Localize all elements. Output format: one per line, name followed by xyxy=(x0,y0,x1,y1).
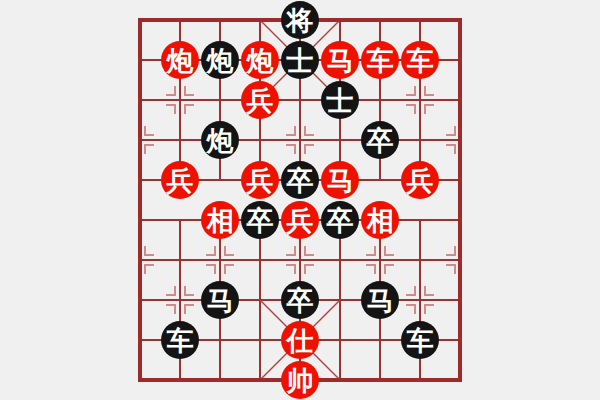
board-point-8-8[interactable] xyxy=(440,320,480,360)
piece-red-cannon[interactable]: 炮 xyxy=(161,41,199,79)
piece-red-advisor[interactable]: 仕 xyxy=(281,321,319,359)
board-point-3-8[interactable] xyxy=(240,320,280,360)
board-point-4-7[interactable]: 卒 xyxy=(280,280,320,320)
board-point-3-9[interactable] xyxy=(240,360,280,400)
board-point-5-7[interactable] xyxy=(320,280,360,320)
piece-black-horse[interactable]: 马 xyxy=(201,281,239,319)
board-point-6-6[interactable] xyxy=(360,240,400,280)
board-point-0-1[interactable] xyxy=(120,40,160,80)
board-point-6-2[interactable] xyxy=(360,80,400,120)
board-point-3-5[interactable]: 卒 xyxy=(240,200,280,240)
piece-black-horse[interactable]: 马 xyxy=(361,281,399,319)
board-point-6-8[interactable] xyxy=(360,320,400,360)
board-point-4-0[interactable]: 将 xyxy=(280,0,320,40)
board-point-5-1[interactable]: 马 xyxy=(320,40,360,80)
board-point-0-8[interactable] xyxy=(120,320,160,360)
piece-red-chariot[interactable]: 车 xyxy=(361,41,399,79)
board-point-4-1[interactable]: 士 xyxy=(280,40,320,80)
board-point-1-9[interactable] xyxy=(160,360,200,400)
board-point-0-2[interactable] xyxy=(120,80,160,120)
board-point-2-8[interactable] xyxy=(200,320,240,360)
board-point-2-7[interactable]: 马 xyxy=(200,280,240,320)
piece-red-soldier[interactable]: 兵 xyxy=(241,161,279,199)
board-point-7-9[interactable] xyxy=(400,360,440,400)
piece-red-soldier[interactable]: 兵 xyxy=(281,201,319,239)
board-point-7-0[interactable] xyxy=(400,0,440,40)
board-point-2-0[interactable] xyxy=(200,0,240,40)
piece-black-chariot[interactable]: 车 xyxy=(401,321,439,359)
board-point-2-9[interactable] xyxy=(200,360,240,400)
board-point-5-3[interactable] xyxy=(320,120,360,160)
board-point-5-2[interactable]: 士 xyxy=(320,80,360,120)
board-point-7-1[interactable]: 车 xyxy=(400,40,440,80)
piece-black-advisor[interactable]: 士 xyxy=(321,81,359,119)
board-point-3-1[interactable]: 炮 xyxy=(240,40,280,80)
board-point-4-8[interactable]: 仕 xyxy=(280,320,320,360)
board-point-0-3[interactable] xyxy=(120,120,160,160)
board-point-1-6[interactable] xyxy=(160,240,200,280)
board-point-7-4[interactable]: 兵 xyxy=(400,160,440,200)
board-point-2-3[interactable]: 炮 xyxy=(200,120,240,160)
board-point-7-8[interactable]: 车 xyxy=(400,320,440,360)
board-point-4-2[interactable] xyxy=(280,80,320,120)
piece-black-cannon[interactable]: 炮 xyxy=(201,41,239,79)
board-point-5-5[interactable]: 卒 xyxy=(320,200,360,240)
board-point-8-0[interactable] xyxy=(440,0,480,40)
board-point-0-9[interactable] xyxy=(120,360,160,400)
board-point-6-3[interactable]: 卒 xyxy=(360,120,400,160)
board-point-8-2[interactable] xyxy=(440,80,480,120)
piece-red-elephant[interactable]: 相 xyxy=(201,201,239,239)
board-point-4-6[interactable] xyxy=(280,240,320,280)
board-point-0-0[interactable] xyxy=(120,0,160,40)
piece-red-soldier[interactable]: 兵 xyxy=(161,161,199,199)
piece-red-soldier[interactable]: 兵 xyxy=(241,81,279,119)
board-point-2-6[interactable] xyxy=(200,240,240,280)
board-point-3-2[interactable]: 兵 xyxy=(240,80,280,120)
board-point-4-3[interactable] xyxy=(280,120,320,160)
piece-black-general[interactable]: 将 xyxy=(281,1,319,39)
board-point-7-7[interactable] xyxy=(400,280,440,320)
board-point-8-9[interactable] xyxy=(440,360,480,400)
board-point-4-4[interactable]: 卒 xyxy=(280,160,320,200)
board-point-2-4[interactable] xyxy=(200,160,240,200)
piece-black-soldier[interactable]: 卒 xyxy=(361,121,399,159)
board-point-8-3[interactable] xyxy=(440,120,480,160)
board-point-1-3[interactable] xyxy=(160,120,200,160)
board-point-8-4[interactable] xyxy=(440,160,480,200)
board-grid: 将炮炮炮士马车车兵士炮卒兵兵卒马兵相卒兵卒相马卒马车仕车帅 xyxy=(120,0,480,400)
board-point-5-6[interactable] xyxy=(320,240,360,280)
board-point-1-8[interactable]: 车 xyxy=(160,320,200,360)
board-point-6-1[interactable]: 车 xyxy=(360,40,400,80)
board-point-7-6[interactable] xyxy=(400,240,440,280)
board-point-6-4[interactable] xyxy=(360,160,400,200)
piece-black-soldier[interactable]: 卒 xyxy=(281,161,319,199)
piece-red-general[interactable]: 帅 xyxy=(281,361,319,399)
board-point-3-3[interactable] xyxy=(240,120,280,160)
board-point-1-7[interactable] xyxy=(160,280,200,320)
board-point-5-0[interactable] xyxy=(320,0,360,40)
piece-red-soldier[interactable]: 兵 xyxy=(401,161,439,199)
board-point-0-6[interactable] xyxy=(120,240,160,280)
board-point-6-9[interactable] xyxy=(360,360,400,400)
board-point-5-9[interactable] xyxy=(320,360,360,400)
piece-red-horse[interactable]: 马 xyxy=(321,41,359,79)
board-point-3-0[interactable] xyxy=(240,0,280,40)
board-point-1-2[interactable] xyxy=(160,80,200,120)
board-point-0-5[interactable] xyxy=(120,200,160,240)
board-point-5-4[interactable]: 马 xyxy=(320,160,360,200)
board-point-6-0[interactable] xyxy=(360,0,400,40)
board-point-4-9[interactable]: 帅 xyxy=(280,360,320,400)
board-point-2-2[interactable] xyxy=(200,80,240,120)
board-point-2-1[interactable]: 炮 xyxy=(200,40,240,80)
xiangqi-board: 将炮炮炮士马车车兵士炮卒兵兵卒马兵相卒兵卒相马卒马车仕车帅 xyxy=(0,0,600,400)
board-point-7-2[interactable] xyxy=(400,80,440,120)
board-point-6-5[interactable]: 相 xyxy=(360,200,400,240)
board-point-8-1[interactable] xyxy=(440,40,480,80)
piece-black-soldier[interactable]: 卒 xyxy=(321,201,359,239)
piece-black-chariot[interactable]: 车 xyxy=(161,321,199,359)
board-point-0-4[interactable] xyxy=(120,160,160,200)
board-point-2-5[interactable]: 相 xyxy=(200,200,240,240)
piece-red-horse[interactable]: 马 xyxy=(321,161,359,199)
board-point-7-5[interactable] xyxy=(400,200,440,240)
board-point-7-3[interactable] xyxy=(400,120,440,160)
board-point-0-7[interactable] xyxy=(120,280,160,320)
board-point-8-7[interactable] xyxy=(440,280,480,320)
board-point-3-4[interactable]: 兵 xyxy=(240,160,280,200)
board-point-6-7[interactable]: 马 xyxy=(360,280,400,320)
board-point-1-5[interactable] xyxy=(160,200,200,240)
board-point-1-0[interactable] xyxy=(160,0,200,40)
board-point-4-5[interactable]: 兵 xyxy=(280,200,320,240)
board-point-3-7[interactable] xyxy=(240,280,280,320)
piece-black-advisor[interactable]: 士 xyxy=(281,41,319,79)
piece-black-soldier[interactable]: 卒 xyxy=(281,281,319,319)
board-point-1-4[interactable]: 兵 xyxy=(160,160,200,200)
board-point-3-6[interactable] xyxy=(240,240,280,280)
board-point-5-8[interactable] xyxy=(320,320,360,360)
board-point-1-1[interactable]: 炮 xyxy=(160,40,200,80)
piece-red-cannon[interactable]: 炮 xyxy=(241,41,279,79)
piece-black-cannon[interactable]: 炮 xyxy=(201,121,239,159)
piece-black-soldier[interactable]: 卒 xyxy=(241,201,279,239)
piece-red-chariot[interactable]: 车 xyxy=(401,41,439,79)
piece-red-elephant[interactable]: 相 xyxy=(361,201,399,239)
board-point-8-6[interactable] xyxy=(440,240,480,280)
board-point-8-5[interactable] xyxy=(440,200,480,240)
